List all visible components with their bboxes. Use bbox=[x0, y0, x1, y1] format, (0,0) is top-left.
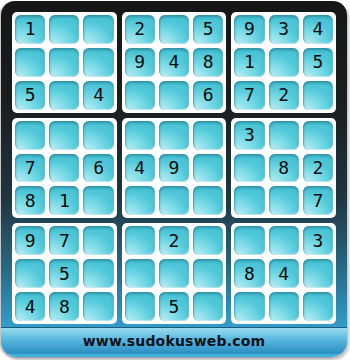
cell-r4c2[interactable] bbox=[49, 121, 79, 150]
cell-r3c8[interactable]: 2 bbox=[269, 81, 299, 110]
box-2: 9341572 bbox=[231, 12, 336, 113]
sudoku-board: 154 259486 9341572 7681 49 3827 97548 25… bbox=[1, 1, 347, 357]
box-7: 25 bbox=[122, 223, 227, 324]
cell-r7c6[interactable] bbox=[193, 226, 223, 255]
cell-r6c5[interactable] bbox=[159, 186, 189, 215]
cell-r3c5[interactable] bbox=[159, 81, 189, 110]
cell-r3c9[interactable] bbox=[303, 81, 333, 110]
cell-r1c6[interactable]: 5 bbox=[193, 15, 223, 44]
cell-r8c9[interactable] bbox=[303, 259, 333, 288]
cell-r1c8[interactable]: 3 bbox=[269, 15, 299, 44]
cell-r8c6[interactable] bbox=[193, 259, 223, 288]
cell-r5c4[interactable]: 4 bbox=[125, 154, 155, 183]
box-6: 97548 bbox=[12, 223, 117, 324]
box-0: 154 bbox=[12, 12, 117, 113]
cell-r2c7[interactable]: 1 bbox=[234, 48, 264, 77]
cell-r8c1[interactable] bbox=[15, 259, 45, 288]
cell-r2c6[interactable]: 8 bbox=[193, 48, 223, 77]
cell-r9c2[interactable]: 8 bbox=[49, 292, 79, 321]
cell-r3c7[interactable]: 7 bbox=[234, 81, 264, 110]
box-3: 7681 bbox=[12, 118, 117, 219]
cell-r8c3[interactable] bbox=[83, 259, 113, 288]
cell-r8c7[interactable]: 8 bbox=[234, 259, 264, 288]
cell-r4c3[interactable] bbox=[83, 121, 113, 150]
cell-r4c9[interactable] bbox=[303, 121, 333, 150]
cell-r8c4[interactable] bbox=[125, 259, 155, 288]
box-5: 3827 bbox=[231, 118, 336, 219]
cell-r2c1[interactable] bbox=[15, 48, 45, 77]
cell-r1c5[interactable] bbox=[159, 15, 189, 44]
cell-r6c8[interactable] bbox=[269, 186, 299, 215]
cell-r5c1[interactable]: 7 bbox=[15, 154, 45, 183]
cell-r7c3[interactable] bbox=[83, 226, 113, 255]
cell-r9c1[interactable]: 4 bbox=[15, 292, 45, 321]
cell-r2c9[interactable]: 5 bbox=[303, 48, 333, 77]
cell-r6c1[interactable]: 8 bbox=[15, 186, 45, 215]
cell-r3c6[interactable]: 6 bbox=[193, 81, 223, 110]
cell-r8c8[interactable]: 4 bbox=[269, 259, 299, 288]
cell-r5c6[interactable] bbox=[193, 154, 223, 183]
cell-r4c7[interactable]: 3 bbox=[234, 121, 264, 150]
cell-r2c5[interactable]: 4 bbox=[159, 48, 189, 77]
sudoku-page: 154 259486 9341572 7681 49 3827 97548 25… bbox=[0, 0, 350, 360]
cell-r9c6[interactable] bbox=[193, 292, 223, 321]
cell-r1c7[interactable]: 9 bbox=[234, 15, 264, 44]
cell-r1c4[interactable]: 2 bbox=[125, 15, 155, 44]
cell-r7c4[interactable] bbox=[125, 226, 155, 255]
box-4: 49 bbox=[122, 118, 227, 219]
cell-r3c4[interactable] bbox=[125, 81, 155, 110]
cell-r6c2[interactable]: 1 bbox=[49, 186, 79, 215]
cell-r9c4[interactable] bbox=[125, 292, 155, 321]
cell-r5c3[interactable]: 6 bbox=[83, 154, 113, 183]
cell-r5c8[interactable]: 8 bbox=[269, 154, 299, 183]
cell-r8c2[interactable]: 5 bbox=[49, 259, 79, 288]
cell-r9c7[interactable] bbox=[234, 292, 264, 321]
cell-r6c4[interactable] bbox=[125, 186, 155, 215]
cell-r7c9[interactable]: 3 bbox=[303, 226, 333, 255]
cell-r9c3[interactable] bbox=[83, 292, 113, 321]
cell-r5c2[interactable] bbox=[49, 154, 79, 183]
cell-r9c9[interactable] bbox=[303, 292, 333, 321]
cell-r5c5[interactable]: 9 bbox=[159, 154, 189, 183]
website-link[interactable]: www.sudokusweb.com bbox=[83, 333, 266, 349]
cell-r3c2[interactable] bbox=[49, 81, 79, 110]
cell-r9c5[interactable]: 5 bbox=[159, 292, 189, 321]
cell-r4c5[interactable] bbox=[159, 121, 189, 150]
cell-r1c1[interactable]: 1 bbox=[15, 15, 45, 44]
cell-r9c8[interactable] bbox=[269, 292, 299, 321]
cell-r3c3[interactable]: 4 bbox=[83, 81, 113, 110]
cell-r6c3[interactable] bbox=[83, 186, 113, 215]
website-bar: www.sudokusweb.com bbox=[1, 327, 347, 354]
cell-r6c7[interactable] bbox=[234, 186, 264, 215]
cell-r4c1[interactable] bbox=[15, 121, 45, 150]
cell-r5c9[interactable]: 2 bbox=[303, 154, 333, 183]
cell-r6c9[interactable]: 7 bbox=[303, 186, 333, 215]
cell-r7c1[interactable]: 9 bbox=[15, 226, 45, 255]
cell-r1c9[interactable]: 4 bbox=[303, 15, 333, 44]
cell-r1c3[interactable] bbox=[83, 15, 113, 44]
cell-r3c1[interactable]: 5 bbox=[15, 81, 45, 110]
box-1: 259486 bbox=[122, 12, 227, 113]
cell-r2c3[interactable] bbox=[83, 48, 113, 77]
box-8: 384 bbox=[231, 223, 336, 324]
cell-r4c8[interactable] bbox=[269, 121, 299, 150]
sudoku-grid: 154 259486 9341572 7681 49 3827 97548 25… bbox=[12, 12, 336, 324]
cell-r2c2[interactable] bbox=[49, 48, 79, 77]
cell-r2c4[interactable]: 9 bbox=[125, 48, 155, 77]
cell-r4c6[interactable] bbox=[193, 121, 223, 150]
cell-r7c7[interactable] bbox=[234, 226, 264, 255]
cell-r7c5[interactable]: 2 bbox=[159, 226, 189, 255]
cell-r4c4[interactable] bbox=[125, 121, 155, 150]
cell-r1c2[interactable] bbox=[49, 15, 79, 44]
cell-r5c7[interactable] bbox=[234, 154, 264, 183]
cell-r8c5[interactable] bbox=[159, 259, 189, 288]
cell-r2c8[interactable] bbox=[269, 48, 299, 77]
cell-r7c8[interactable] bbox=[269, 226, 299, 255]
cell-r7c2[interactable]: 7 bbox=[49, 226, 79, 255]
cell-r6c6[interactable] bbox=[193, 186, 223, 215]
